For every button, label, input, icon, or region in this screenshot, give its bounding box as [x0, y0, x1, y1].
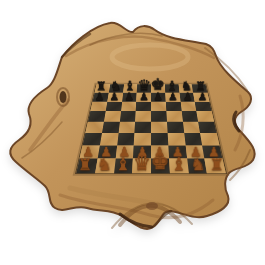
- piece-white-knight[interactable]: ♞: [97, 156, 112, 173]
- square-h5[interactable]: [196, 111, 214, 121]
- piece-white-queen[interactable]: ♛: [133, 153, 151, 173]
- square-b1[interactable]: ♞: [95, 159, 115, 174]
- square-c6[interactable]: [121, 102, 137, 112]
- piece-black-pawn[interactable]: ♟: [168, 91, 178, 102]
- piece-black-pawn[interactable]: ♟: [110, 91, 120, 102]
- square-e6[interactable]: [151, 102, 166, 112]
- square-b7[interactable]: ♟: [107, 93, 123, 102]
- square-d5[interactable]: [135, 111, 151, 121]
- piece-white-rook[interactable]: ♜: [209, 157, 223, 173]
- piece-black-pawn[interactable]: ♟: [95, 91, 105, 102]
- piece-white-rook[interactable]: ♜: [78, 157, 92, 173]
- piece-black-pawn[interactable]: ♟: [183, 91, 193, 102]
- square-c1[interactable]: ♝: [114, 159, 134, 174]
- square-g7[interactable]: ♟: [179, 93, 195, 102]
- square-g1[interactable]: ♞: [187, 159, 207, 174]
- piece-white-king[interactable]: ♚: [151, 152, 170, 173]
- square-f5[interactable]: [166, 111, 182, 121]
- square-d6[interactable]: [136, 102, 151, 112]
- piece-white-bishop[interactable]: ♝: [115, 155, 131, 173]
- square-d7[interactable]: ♟: [136, 93, 151, 102]
- piece-black-pawn[interactable]: ♟: [124, 91, 134, 102]
- square-f1[interactable]: ♝: [169, 159, 189, 174]
- square-g6[interactable]: [180, 102, 196, 112]
- square-d4[interactable]: [135, 122, 151, 133]
- square-g4[interactable]: [183, 122, 201, 133]
- square-f6[interactable]: [166, 102, 182, 112]
- square-h4[interactable]: [198, 122, 216, 133]
- chess-board: ♜♞♝♛♚♝♞♜♟♟♟♟♟♟♟♟♟♟♟♟♟♟♟♟♜♞♝♛♚♝♞♜: [75, 84, 227, 174]
- piece-black-pawn[interactable]: ♟: [153, 91, 163, 102]
- chess-set-photo: ♜♞♝♛♚♝♞♜♟♟♟♟♟♟♟♟♟♟♟♟♟♟♟♟♜♞♝♛♚♝♞♜: [0, 0, 265, 265]
- piece-black-pawn[interactable]: ♟: [139, 91, 149, 102]
- square-c7[interactable]: ♟: [122, 93, 137, 102]
- square-e5[interactable]: [151, 111, 167, 121]
- square-h7[interactable]: ♟: [193, 93, 209, 102]
- square-b4[interactable]: [102, 122, 120, 133]
- square-c4[interactable]: [118, 122, 135, 133]
- square-h6[interactable]: [195, 102, 212, 112]
- square-e4[interactable]: [151, 122, 167, 133]
- square-e1[interactable]: ♚: [151, 159, 170, 174]
- square-h1[interactable]: ♜: [205, 159, 226, 174]
- square-d1[interactable]: ♛: [132, 159, 151, 174]
- square-b6[interactable]: [106, 102, 122, 112]
- piece-black-pawn[interactable]: ♟: [197, 91, 207, 102]
- square-c5[interactable]: [119, 111, 135, 121]
- square-b5[interactable]: [104, 111, 121, 121]
- piece-white-knight[interactable]: ♞: [190, 156, 205, 173]
- square-f7[interactable]: ♟: [165, 93, 180, 102]
- square-e7[interactable]: ♟: [151, 93, 166, 102]
- square-g5[interactable]: [181, 111, 198, 121]
- piece-white-bishop[interactable]: ♝: [171, 155, 187, 173]
- square-f4[interactable]: [167, 122, 184, 133]
